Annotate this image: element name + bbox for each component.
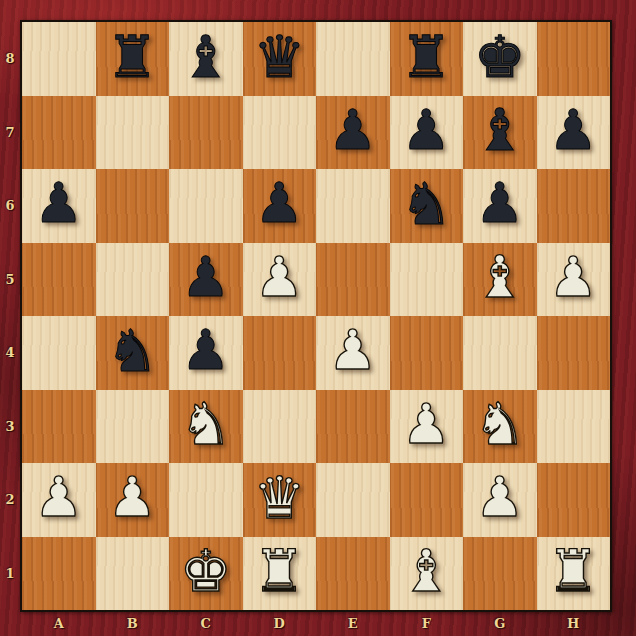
square-f4[interactable] [390,316,464,390]
square-e7[interactable]: ♟ [316,96,390,170]
square-d7[interactable] [243,96,317,170]
square-f8[interactable]: ♜ [390,22,464,96]
square-a3[interactable] [22,390,96,464]
piece-black-pawn-h7[interactable]: ♟ [549,103,598,158]
square-e2[interactable] [316,463,390,537]
square-e4[interactable]: ♟ [316,316,390,390]
square-g6[interactable]: ♟ [463,169,537,243]
rank-label-5: 5 [0,243,20,317]
rank-label-7: 7 [0,96,20,170]
square-d8[interactable]: ♛ [243,22,317,96]
square-g1[interactable] [463,537,537,611]
square-a7[interactable] [22,96,96,170]
square-b4[interactable]: ♞ [96,316,170,390]
square-d3[interactable] [243,390,317,464]
piece-white-pawn-d5[interactable]: ♟ [255,250,304,305]
piece-black-bishop-g7[interactable]: ♝ [474,101,526,159]
square-b6[interactable] [96,169,170,243]
piece-black-pawn-f7[interactable]: ♟ [402,103,451,158]
rank-labels: 87654321 [0,22,20,610]
rank-label-1: 1 [0,537,20,611]
square-g5[interactable]: ♝ [463,243,537,317]
piece-black-bishop-c8[interactable]: ♝ [180,28,232,86]
square-h3[interactable] [537,390,611,464]
piece-black-rook-b8[interactable]: ♜ [106,28,158,86]
square-d6[interactable]: ♟ [243,169,317,243]
square-f3[interactable]: ♟ [390,390,464,464]
square-c5[interactable]: ♟ [169,243,243,317]
file-label-e: E [316,611,390,636]
file-label-h: H [537,611,611,636]
piece-white-queen-d2[interactable]: ♛ [253,469,305,527]
piece-white-king-c1[interactable]: ♚ [180,542,232,600]
square-d1[interactable]: ♜ [243,537,317,611]
piece-black-knight-f6[interactable]: ♞ [400,175,452,233]
square-h2[interactable] [537,463,611,537]
piece-white-pawn-e4[interactable]: ♟ [328,323,377,378]
piece-white-rook-h1[interactable]: ♜ [547,542,599,600]
piece-black-knight-b4[interactable]: ♞ [106,322,158,380]
piece-white-pawn-g2[interactable]: ♟ [475,470,524,525]
square-d2[interactable]: ♛ [243,463,317,537]
piece-white-bishop-f1[interactable]: ♝ [400,542,452,600]
rank-label-6: 6 [0,169,20,243]
square-h1[interactable]: ♜ [537,537,611,611]
piece-black-rook-f8[interactable]: ♜ [400,28,452,86]
file-label-a: A [22,611,96,636]
square-h7[interactable]: ♟ [537,96,611,170]
square-a4[interactable] [22,316,96,390]
square-h4[interactable] [537,316,611,390]
square-a2[interactable]: ♟ [22,463,96,537]
square-f2[interactable] [390,463,464,537]
square-b1[interactable] [96,537,170,611]
piece-black-pawn-e7[interactable]: ♟ [328,103,377,158]
square-h5[interactable]: ♟ [537,243,611,317]
square-b7[interactable] [96,96,170,170]
rank-label-4: 4 [0,316,20,390]
file-label-d: D [243,611,317,636]
piece-black-pawn-d6[interactable]: ♟ [255,176,304,231]
square-g2[interactable]: ♟ [463,463,537,537]
piece-black-pawn-c5[interactable]: ♟ [181,250,230,305]
square-g4[interactable] [463,316,537,390]
piece-white-knight-g3[interactable]: ♞ [474,395,526,453]
piece-black-queen-d8[interactable]: ♛ [253,28,305,86]
rank-label-8: 8 [0,22,20,96]
square-c8[interactable]: ♝ [169,22,243,96]
piece-white-knight-c3[interactable]: ♞ [180,395,232,453]
square-c1[interactable]: ♚ [169,537,243,611]
piece-white-pawn-f3[interactable]: ♟ [402,397,451,452]
square-c4[interactable]: ♟ [169,316,243,390]
piece-white-pawn-h5[interactable]: ♟ [549,250,598,305]
piece-black-pawn-c4[interactable]: ♟ [181,323,230,378]
square-e3[interactable] [316,390,390,464]
square-d5[interactable]: ♟ [243,243,317,317]
square-b8[interactable]: ♜ [96,22,170,96]
chess-board: ♜♝♛♜♚♟♟♝♟♟♟♞♟♟♟♝♟♞♟♟♞♟♞♟♟♛♟♚♜♝♜ [20,20,612,612]
rank-label-2: 2 [0,463,20,537]
piece-white-rook-d1[interactable]: ♜ [253,542,305,600]
piece-black-pawn-a6[interactable]: ♟ [34,176,83,231]
square-e1[interactable] [316,537,390,611]
square-e5[interactable] [316,243,390,317]
square-g3[interactable]: ♞ [463,390,537,464]
square-a6[interactable]: ♟ [22,169,96,243]
square-c2[interactable] [169,463,243,537]
file-label-c: C [169,611,243,636]
square-f1[interactable]: ♝ [390,537,464,611]
square-g8[interactable]: ♚ [463,22,537,96]
square-c6[interactable] [169,169,243,243]
square-d4[interactable] [243,316,317,390]
square-b3[interactable] [96,390,170,464]
square-a8[interactable] [22,22,96,96]
file-label-b: B [96,611,170,636]
piece-white-bishop-g5[interactable]: ♝ [474,248,526,306]
piece-black-pawn-g6[interactable]: ♟ [475,176,524,231]
piece-white-pawn-b2[interactable]: ♟ [108,470,157,525]
piece-white-pawn-a2[interactable]: ♟ [34,470,83,525]
square-f6[interactable]: ♞ [390,169,464,243]
chess-board-frame: ♜♝♛♜♚♟♟♝♟♟♟♞♟♟♟♝♟♞♟♟♞♟♞♟♟♛♟♚♜♝♜ 87654321… [0,0,636,636]
square-c7[interactable] [169,96,243,170]
square-h8[interactable] [537,22,611,96]
rank-label-3: 3 [0,390,20,464]
square-g7[interactable]: ♝ [463,96,537,170]
square-e8[interactable] [316,22,390,96]
square-c3[interactable]: ♞ [169,390,243,464]
piece-black-king-g8[interactable]: ♚ [474,28,526,86]
square-h6[interactable] [537,169,611,243]
file-labels: ABCDEFGH [22,611,610,636]
square-f5[interactable] [390,243,464,317]
square-b5[interactable] [96,243,170,317]
square-f7[interactable]: ♟ [390,96,464,170]
square-a5[interactable] [22,243,96,317]
square-e6[interactable] [316,169,390,243]
file-label-f: F [390,611,464,636]
square-a1[interactable] [22,537,96,611]
square-b2[interactable]: ♟ [96,463,170,537]
file-label-g: G [463,611,537,636]
